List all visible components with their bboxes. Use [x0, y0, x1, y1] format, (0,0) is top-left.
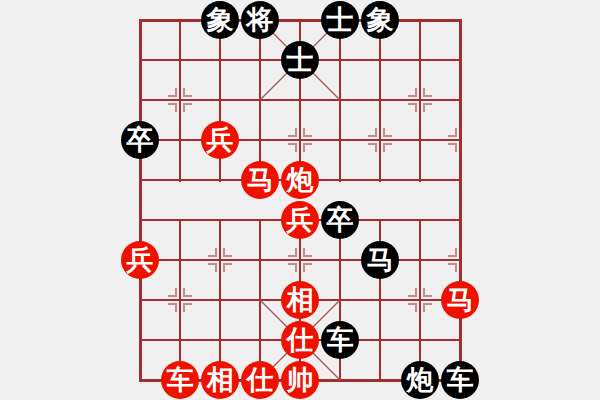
red-soldier[interactable]: 兵 [121, 241, 159, 279]
black-chariot[interactable]: 车 [321, 321, 359, 359]
red-general[interactable]: 帅 [281, 361, 319, 399]
black-general[interactable]: 将 [241, 1, 279, 39]
red-soldier[interactable]: 兵 [201, 121, 239, 159]
red-chariot[interactable]: 车 [161, 361, 199, 399]
black-horse[interactable]: 马 [361, 241, 399, 279]
red-elephant[interactable]: 相 [281, 281, 319, 319]
black-elephant[interactable]: 象 [361, 1, 399, 39]
black-advisor[interactable]: 士 [321, 1, 359, 39]
red-advisor[interactable]: 仕 [281, 321, 319, 359]
black-soldier[interactable]: 卒 [321, 201, 359, 239]
red-elephant[interactable]: 相 [201, 361, 239, 399]
xiangqi-board[interactable]: 象将士象士卒兵马炮兵卒兵马相马仕车车相仕帅炮车 [0, 0, 600, 400]
red-advisor[interactable]: 仕 [241, 361, 279, 399]
black-soldier[interactable]: 卒 [121, 121, 159, 159]
red-horse[interactable]: 马 [441, 281, 479, 319]
black-cannon[interactable]: 炮 [401, 361, 439, 399]
red-horse[interactable]: 马 [241, 161, 279, 199]
red-soldier[interactable]: 兵 [281, 201, 319, 239]
black-chariot[interactable]: 车 [441, 361, 479, 399]
black-elephant[interactable]: 象 [201, 1, 239, 39]
red-cannon[interactable]: 炮 [281, 161, 319, 199]
black-advisor[interactable]: 士 [281, 41, 319, 79]
